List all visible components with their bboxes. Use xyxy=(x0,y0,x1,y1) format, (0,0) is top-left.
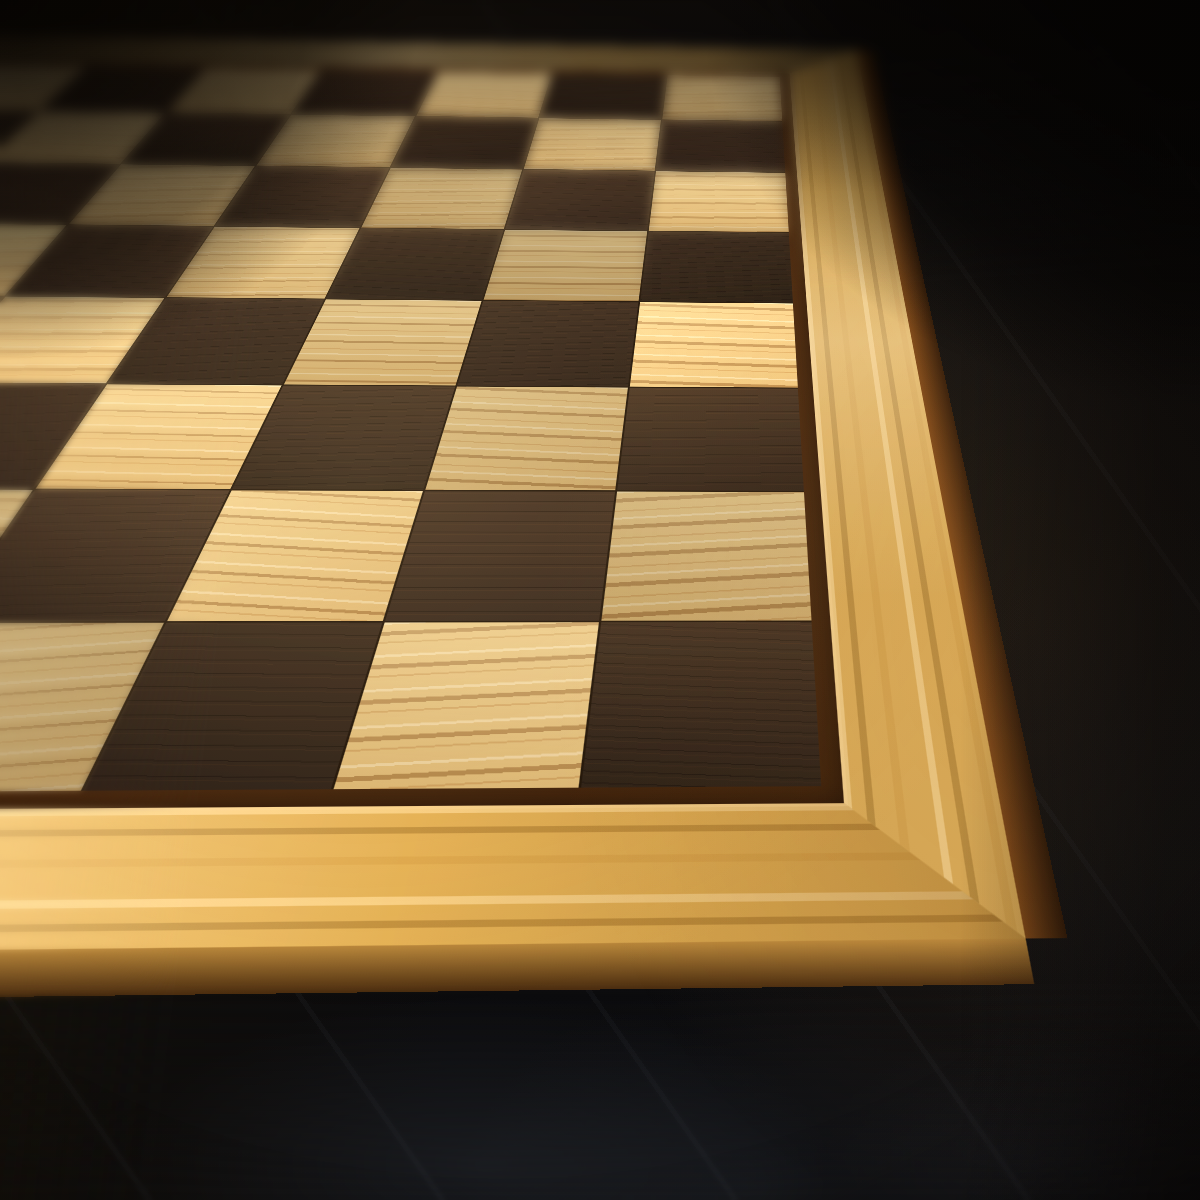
photo-stage xyxy=(0,0,1200,1200)
chessboard xyxy=(0,32,1026,968)
square-r0c5-light[interactable] xyxy=(416,72,552,118)
square-r2c7-light[interactable] xyxy=(648,171,788,232)
square-r6c6-dark[interactable] xyxy=(385,491,614,621)
square-r7c7-dark[interactable] xyxy=(580,622,821,788)
square-r1c7-dark[interactable] xyxy=(656,120,786,172)
square-r2c6-dark[interactable] xyxy=(505,170,654,231)
square-r4c7-light[interactable] xyxy=(629,302,797,387)
inner-border-strip xyxy=(0,59,844,818)
board-side-edge-bottom xyxy=(0,938,1034,1019)
square-r0c6-dark[interactable] xyxy=(539,73,666,119)
square-r3c7-dark[interactable] xyxy=(640,231,793,302)
board-scene xyxy=(0,0,1200,1200)
square-r0c7-light[interactable] xyxy=(662,75,782,121)
square-r5c7-dark[interactable] xyxy=(617,387,804,491)
square-r5c6-light[interactable] xyxy=(425,386,627,490)
square-r4c6-dark[interactable] xyxy=(457,301,638,387)
play-field xyxy=(0,62,821,798)
square-r3c6-light[interactable] xyxy=(484,230,647,302)
square-r2c5-light[interactable] xyxy=(361,168,522,229)
square-r1c6-light[interactable] xyxy=(524,118,661,171)
square-r1c5-dark[interactable] xyxy=(391,116,538,169)
square-r6c7-light[interactable] xyxy=(601,492,812,621)
